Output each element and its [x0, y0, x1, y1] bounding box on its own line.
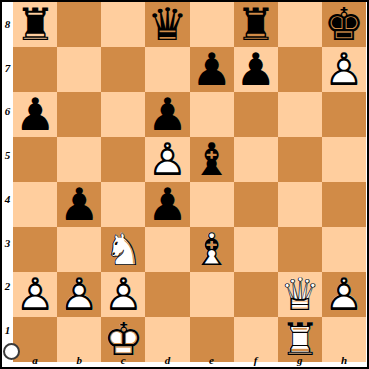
square-g8[interactable] — [278, 2, 322, 47]
square-f3[interactable] — [234, 227, 278, 272]
white-pawn-icon[interactable]: ♟♙ — [322, 272, 366, 317]
white-bishop-icon[interactable]: ♝♗ — [190, 227, 234, 272]
square-b3[interactable] — [57, 227, 101, 272]
square-h8[interactable]: ♚ — [322, 2, 366, 47]
square-e5[interactable]: ♝ — [190, 137, 234, 182]
square-a8[interactable]: ♜ — [13, 2, 57, 47]
square-b8[interactable] — [57, 2, 101, 47]
square-e4[interactable] — [190, 182, 234, 227]
square-h3[interactable] — [322, 227, 366, 272]
rank-label-7: 7 — [5, 62, 11, 74]
square-e7[interactable]: ♟ — [190, 47, 234, 92]
black-rook-icon[interactable]: ♜ — [13, 2, 57, 47]
rank-label-4: 4 — [5, 193, 11, 205]
square-h6[interactable] — [322, 92, 366, 137]
rank-label-6: 6 — [5, 105, 11, 117]
square-h5[interactable] — [322, 137, 366, 182]
square-c3[interactable]: ♞♘ — [101, 227, 145, 272]
white-knight-icon[interactable]: ♞♘ — [101, 227, 145, 272]
square-g2[interactable]: ♛♕ — [278, 272, 322, 317]
rank-labels: 87654321 — [2, 2, 13, 352]
file-label-e: e — [209, 354, 214, 366]
rank-label-5: 5 — [5, 149, 11, 161]
square-h7[interactable]: ♟♙ — [322, 47, 366, 92]
square-a5[interactable] — [13, 137, 57, 182]
rank-label-8: 8 — [5, 18, 11, 30]
file-label-h: h — [341, 354, 347, 366]
square-c8[interactable] — [101, 2, 145, 47]
square-g3[interactable] — [278, 227, 322, 272]
file-label-b: b — [76, 354, 82, 366]
black-pawn-icon[interactable]: ♟ — [13, 92, 57, 137]
square-e6[interactable] — [190, 92, 234, 137]
white-pawn-icon[interactable]: ♟♙ — [145, 137, 189, 182]
square-d3[interactable] — [145, 227, 189, 272]
square-c4[interactable] — [101, 182, 145, 227]
square-d4[interactable]: ♟ — [145, 182, 189, 227]
side-to-move-indicator — [3, 343, 20, 360]
square-g7[interactable] — [278, 47, 322, 92]
square-g4[interactable] — [278, 182, 322, 227]
board[interactable]: ♜♛♜♚♟♟♟♙♟♟♟♙♝♟♟♞♘♝♗♟♙♟♙♟♙♛♕♟♙♚♔♜♖ — [13, 2, 366, 352]
white-pawn-icon[interactable]: ♟♙ — [13, 272, 57, 317]
white-pawn-icon[interactable]: ♟♙ — [101, 272, 145, 317]
square-g5[interactable] — [278, 137, 322, 182]
square-a3[interactable] — [13, 227, 57, 272]
square-b6[interactable] — [57, 92, 101, 137]
black-queen-icon[interactable]: ♛ — [145, 2, 189, 47]
square-c2[interactable]: ♟♙ — [101, 272, 145, 317]
square-e8[interactable] — [190, 2, 234, 47]
rank-label-1: 1 — [5, 324, 11, 336]
black-king-icon[interactable]: ♚ — [322, 2, 366, 47]
square-b7[interactable] — [57, 47, 101, 92]
file-labels: abcdefgh — [13, 352, 366, 367]
square-f8[interactable]: ♜ — [234, 2, 278, 47]
file-label-c: c — [121, 354, 126, 366]
square-h4[interactable] — [322, 182, 366, 227]
square-c7[interactable] — [101, 47, 145, 92]
square-h2[interactable]: ♟♙ — [322, 272, 366, 317]
square-f2[interactable] — [234, 272, 278, 317]
square-f5[interactable] — [234, 137, 278, 182]
file-label-d: d — [165, 354, 171, 366]
black-pawn-icon[interactable]: ♟ — [190, 47, 234, 92]
black-pawn-icon[interactable]: ♟ — [145, 182, 189, 227]
black-rook-icon[interactable]: ♜ — [234, 2, 278, 47]
rank-label-2: 2 — [5, 280, 11, 292]
square-d8[interactable]: ♛ — [145, 2, 189, 47]
white-queen-icon[interactable]: ♛♕ — [278, 272, 322, 317]
square-f4[interactable] — [234, 182, 278, 227]
square-d6[interactable]: ♟ — [145, 92, 189, 137]
black-pawn-icon[interactable]: ♟ — [57, 182, 101, 227]
file-label-a: a — [32, 354, 38, 366]
square-e3[interactable]: ♝♗ — [190, 227, 234, 272]
square-a4[interactable] — [13, 182, 57, 227]
square-g6[interactable] — [278, 92, 322, 137]
black-pawn-icon[interactable]: ♟ — [234, 47, 278, 92]
black-bishop-icon[interactable]: ♝ — [190, 137, 234, 182]
square-f7[interactable]: ♟ — [234, 47, 278, 92]
square-b4[interactable]: ♟ — [57, 182, 101, 227]
black-pawn-icon[interactable]: ♟ — [145, 92, 189, 137]
square-a2[interactable]: ♟♙ — [13, 272, 57, 317]
rank-label-3: 3 — [5, 237, 11, 249]
chess-board-diagram: 87654321 ♜♛♜♚♟♟♟♙♟♟♟♙♝♟♟♞♘♝♗♟♙♟♙♟♙♛♕♟♙♚♔… — [0, 0, 369, 369]
square-c5[interactable] — [101, 137, 145, 182]
square-b5[interactable] — [57, 137, 101, 182]
square-f6[interactable] — [234, 92, 278, 137]
square-d7[interactable] — [145, 47, 189, 92]
square-b2[interactable]: ♟♙ — [57, 272, 101, 317]
file-label-f: f — [254, 354, 258, 366]
square-e2[interactable] — [190, 272, 234, 317]
square-d5[interactable]: ♟♙ — [145, 137, 189, 182]
square-a7[interactable] — [13, 47, 57, 92]
square-c6[interactable] — [101, 92, 145, 137]
white-pawn-icon[interactable]: ♟♙ — [57, 272, 101, 317]
square-d2[interactable] — [145, 272, 189, 317]
white-pawn-icon[interactable]: ♟♙ — [322, 47, 366, 92]
file-label-g: g — [297, 354, 303, 366]
square-a6[interactable]: ♟ — [13, 92, 57, 137]
